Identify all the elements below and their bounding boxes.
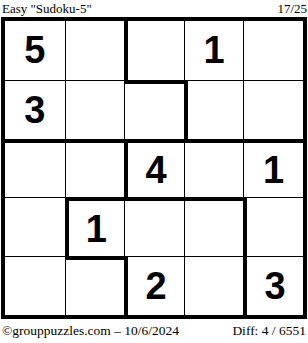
- cell-r5c2[interactable]: [65, 256, 125, 315]
- cell-r4c2: 1: [65, 197, 125, 256]
- cell-r3c1[interactable]: [5, 139, 65, 198]
- cell-r4c3[interactable]: [124, 197, 184, 256]
- cell-r2c1: 3: [5, 80, 65, 139]
- puzzle-header: Easy "Sudoku-5" 17/25: [0, 0, 308, 17]
- cell-r2c5[interactable]: [243, 80, 303, 139]
- cell-r2c4[interactable]: [184, 80, 244, 139]
- cell-r3c2[interactable]: [65, 139, 125, 198]
- cell-r4c1[interactable]: [5, 197, 65, 256]
- cell-r2c3[interactable]: [124, 80, 184, 139]
- cell-r1c4: 1: [184, 21, 244, 80]
- copyright-date-text: ©grouppuzzles.com – 10/6/2024: [2, 323, 179, 339]
- cell-r5c3: 2: [124, 256, 184, 315]
- puzzle-page: Easy "Sudoku-5" 17/25 51341123 ©grouppuz…: [0, 0, 308, 343]
- sudoku-board: 51341123: [1, 17, 307, 319]
- difficulty-text: Diff: 4 / 6551: [232, 323, 306, 339]
- cell-r5c4[interactable]: [184, 256, 244, 315]
- puzzle-title: Easy "Sudoku-5": [2, 1, 92, 17]
- puzzle-footer: ©grouppuzzles.com – 10/6/2024 Diff: 4 / …: [0, 323, 308, 339]
- cell-r5c5: 3: [243, 256, 303, 315]
- cell-r3c5: 1: [243, 139, 303, 198]
- cell-r2c2[interactable]: [65, 80, 125, 139]
- cell-r3c3: 4: [124, 139, 184, 198]
- cell-r3c4[interactable]: [184, 139, 244, 198]
- cell-r1c1: 5: [5, 21, 65, 80]
- cell-r1c2[interactable]: [65, 21, 125, 80]
- cell-r1c5[interactable]: [243, 21, 303, 80]
- cell-r5c1[interactable]: [5, 256, 65, 315]
- cells-remaining-counter: 17/25: [277, 1, 307, 17]
- cell-r4c5[interactable]: [243, 197, 303, 256]
- cell-r1c3[interactable]: [124, 21, 184, 80]
- cell-r4c4[interactable]: [184, 197, 244, 256]
